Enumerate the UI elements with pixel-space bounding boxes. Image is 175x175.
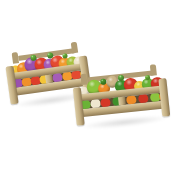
product-photo — [0, 0, 175, 175]
vegetable-crate-body — [72, 63, 170, 130]
leaf-2 — [46, 52, 53, 59]
vegetable-crate — [72, 63, 170, 130]
vegetable-crate-right-post — [158, 78, 170, 117]
carrot-top — [100, 79, 107, 86]
